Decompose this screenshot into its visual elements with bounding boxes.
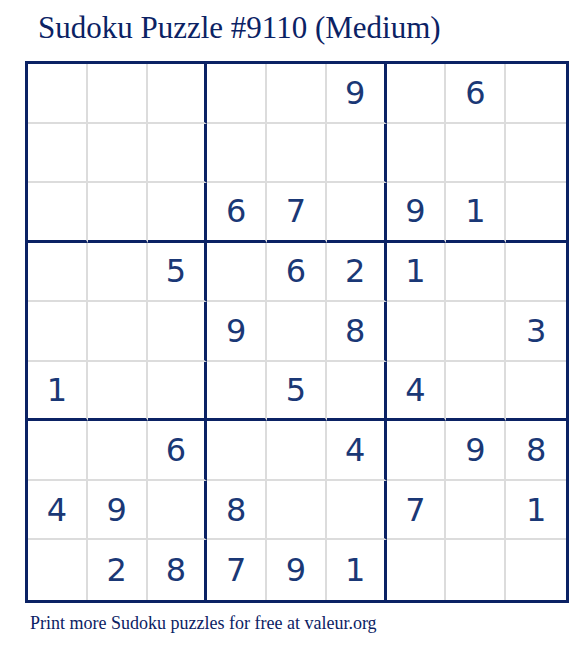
cell-r9c4[interactable]: 7 — [207, 540, 267, 600]
sudoku-page: Sudoku Puzzle #9110 (Medium) 96679156219… — [0, 0, 574, 651]
cell-r7c2[interactable] — [88, 421, 148, 481]
cell-r7c9[interactable]: 8 — [506, 421, 566, 481]
cell-r7c3[interactable]: 6 — [148, 421, 208, 481]
cell-r9c3[interactable]: 8 — [148, 540, 208, 600]
cell-r8c1[interactable]: 4 — [28, 481, 88, 541]
cell-r4c9[interactable] — [506, 243, 566, 303]
footer-text: Print more Sudoku puzzles for free at va… — [30, 613, 377, 634]
cell-r2c6[interactable] — [327, 124, 387, 184]
cell-r9c8[interactable] — [446, 540, 506, 600]
cell-r5c7[interactable] — [387, 302, 447, 362]
cell-r5c5[interactable] — [267, 302, 327, 362]
cell-r2c2[interactable] — [88, 124, 148, 184]
cell-r3c2[interactable] — [88, 183, 148, 243]
cell-r8c2[interactable]: 9 — [88, 481, 148, 541]
cell-r8c9[interactable]: 1 — [506, 481, 566, 541]
cell-r4c3[interactable]: 5 — [148, 243, 208, 303]
cell-r9c6[interactable]: 1 — [327, 540, 387, 600]
cell-r6c1[interactable]: 1 — [28, 362, 88, 422]
cell-r1c4[interactable] — [207, 64, 267, 124]
cell-r9c2[interactable]: 2 — [88, 540, 148, 600]
cell-r6c3[interactable] — [148, 362, 208, 422]
cell-r3c5[interactable]: 7 — [267, 183, 327, 243]
cell-r8c6[interactable] — [327, 481, 387, 541]
cell-r8c5[interactable] — [267, 481, 327, 541]
page-title: Sudoku Puzzle #9110 (Medium) — [38, 10, 441, 46]
cell-r4c8[interactable] — [446, 243, 506, 303]
cell-r6c6[interactable] — [327, 362, 387, 422]
cell-r9c5[interactable]: 9 — [267, 540, 327, 600]
cell-r2c9[interactable] — [506, 124, 566, 184]
cell-r4c1[interactable] — [28, 243, 88, 303]
cell-r5c4[interactable]: 9 — [207, 302, 267, 362]
cell-r3c7[interactable]: 9 — [387, 183, 447, 243]
cell-r3c9[interactable] — [506, 183, 566, 243]
cell-r5c2[interactable] — [88, 302, 148, 362]
cell-r9c9[interactable] — [506, 540, 566, 600]
cell-r2c1[interactable] — [28, 124, 88, 184]
cell-r3c4[interactable]: 6 — [207, 183, 267, 243]
cell-r4c5[interactable]: 6 — [267, 243, 327, 303]
cell-r4c6[interactable]: 2 — [327, 243, 387, 303]
cell-r1c1[interactable] — [28, 64, 88, 124]
cell-r2c5[interactable] — [267, 124, 327, 184]
cell-r1c6[interactable]: 9 — [327, 64, 387, 124]
cell-r7c1[interactable] — [28, 421, 88, 481]
cell-r2c4[interactable] — [207, 124, 267, 184]
cell-r1c9[interactable] — [506, 64, 566, 124]
cell-r8c7[interactable]: 7 — [387, 481, 447, 541]
cell-r1c2[interactable] — [88, 64, 148, 124]
cell-r5c9[interactable]: 3 — [506, 302, 566, 362]
cell-r5c8[interactable] — [446, 302, 506, 362]
cell-r8c3[interactable] — [148, 481, 208, 541]
cell-r6c7[interactable]: 4 — [387, 362, 447, 422]
cell-r9c7[interactable] — [387, 540, 447, 600]
cell-r7c7[interactable] — [387, 421, 447, 481]
cell-r4c7[interactable]: 1 — [387, 243, 447, 303]
cell-r6c5[interactable]: 5 — [267, 362, 327, 422]
cell-r1c3[interactable] — [148, 64, 208, 124]
cell-r2c7[interactable] — [387, 124, 447, 184]
cell-r4c4[interactable] — [207, 243, 267, 303]
cell-r9c1[interactable] — [28, 540, 88, 600]
cell-r5c3[interactable] — [148, 302, 208, 362]
cell-r1c5[interactable] — [267, 64, 327, 124]
sudoku-board: 966791562198315464984987128791 — [25, 61, 569, 603]
cell-r3c1[interactable] — [28, 183, 88, 243]
cell-r7c5[interactable] — [267, 421, 327, 481]
cell-r5c1[interactable] — [28, 302, 88, 362]
cell-r1c8[interactable]: 6 — [446, 64, 506, 124]
cell-r3c3[interactable] — [148, 183, 208, 243]
cell-r7c6[interactable]: 4 — [327, 421, 387, 481]
cell-r4c2[interactable] — [88, 243, 148, 303]
cell-r8c8[interactable] — [446, 481, 506, 541]
cell-r6c8[interactable] — [446, 362, 506, 422]
cell-r3c6[interactable] — [327, 183, 387, 243]
cell-r6c9[interactable] — [506, 362, 566, 422]
cell-r3c8[interactable]: 1 — [446, 183, 506, 243]
cell-r6c2[interactable] — [88, 362, 148, 422]
cell-r6c4[interactable] — [207, 362, 267, 422]
cell-r5c6[interactable]: 8 — [327, 302, 387, 362]
cell-r2c3[interactable] — [148, 124, 208, 184]
cell-r7c4[interactable] — [207, 421, 267, 481]
cell-r2c8[interactable] — [446, 124, 506, 184]
cell-r1c7[interactable] — [387, 64, 447, 124]
cell-r7c8[interactable]: 9 — [446, 421, 506, 481]
cell-r8c4[interactable]: 8 — [207, 481, 267, 541]
